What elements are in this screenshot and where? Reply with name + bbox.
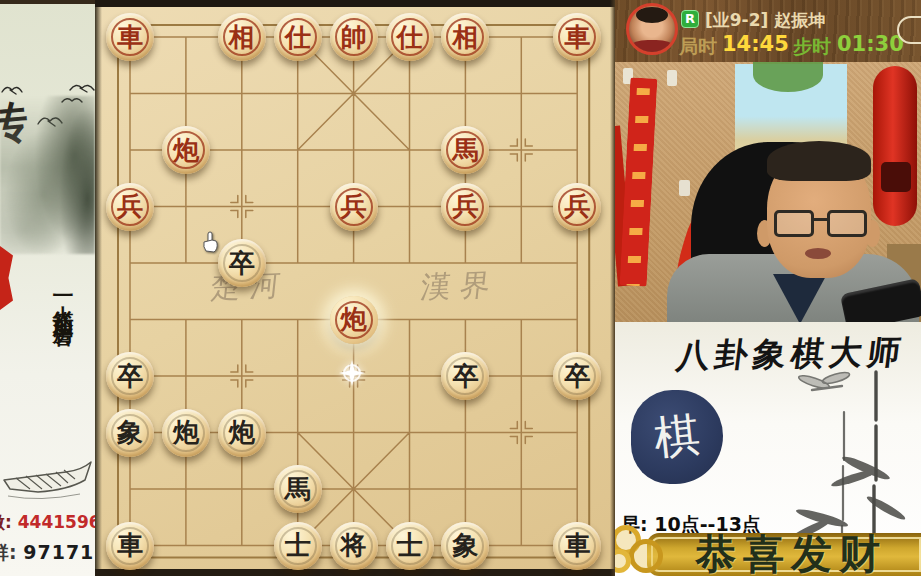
avatar-jacket <box>631 40 673 55</box>
game-time-value: 14:45 <box>722 32 789 56</box>
xiangqi-piece-black-卒[interactable]: 卒 <box>218 239 266 287</box>
xiangqi-piece-black-士[interactable]: 士 <box>386 522 434 570</box>
xiangqi-piece-black-士[interactable]: 士 <box>274 522 322 570</box>
board-grid-lines <box>95 0 615 576</box>
glasses-bridge <box>813 218 828 221</box>
xiangqi-piece-red-帥[interactable]: 帥 <box>330 13 378 61</box>
red-ribbon-decoration <box>0 246 13 310</box>
streamer-hair <box>767 141 871 181</box>
banner-greeting-text: 恭喜发财 <box>695 533 887 576</box>
xiangqi-piece-red-車[interactable]: 車 <box>106 13 154 61</box>
gift-rule-vertical-text: 一火箭加房管 <box>49 284 77 314</box>
xiangqi-piece-black-象[interactable]: 象 <box>441 522 489 570</box>
contact-label: 微: <box>0 512 12 532</box>
move-time-label: 步时 <box>793 34 831 60</box>
streamer-webcam <box>615 62 921 322</box>
player-info-bar: R [业9-2] 赵振坤 局时 14:45 步时 01:30 <box>615 0 921 62</box>
move-time-value: 01:30 <box>837 32 904 56</box>
board-bottom-shadow <box>95 569 615 576</box>
xiangqi-piece-red-兵[interactable]: 兵 <box>106 183 154 231</box>
group-label: 群: <box>0 541 17 563</box>
mountain-ink-wash <box>0 96 95 254</box>
xiangqi-piece-red-兵[interactable]: 兵 <box>330 183 378 231</box>
xiangqi-piece-red-仕[interactable]: 仕 <box>386 13 434 61</box>
wall-switch <box>679 180 690 196</box>
xiangqi-piece-black-卒[interactable]: 卒 <box>553 352 601 400</box>
red-punching-bag <box>873 66 917 226</box>
gold-cloud-ornament <box>615 523 667 576</box>
river-label-right: 漢界 <box>419 265 502 309</box>
xiangqi-piece-red-兵[interactable]: 兵 <box>553 183 601 231</box>
game-time-label: 局时 <box>679 34 717 60</box>
xiangqi-piece-red-車[interactable]: 車 <box>553 13 601 61</box>
xiangqi-piece-black-将[interactable]: 将 <box>330 522 378 570</box>
stream-screen: 传 一火箭加房管 微: 444159622 群: 971716 <box>0 0 921 576</box>
xiangqi-piece-black-炮[interactable]: 炮 <box>218 409 266 457</box>
xiangqi-board[interactable]: 楚河 漢界 車相仕帥仕相車炮馬兵兵兵兵卒炮卒卒卒象炮炮馬車士将士象車 <box>95 0 615 576</box>
sidebar-top-edge <box>0 0 95 4</box>
xiangqi-piece-red-炮[interactable]: 炮 <box>330 296 378 344</box>
punching-bag-label <box>881 162 911 192</box>
xiangqi-piece-black-炮[interactable]: 炮 <box>162 409 210 457</box>
chess-ink-seal: 棋 <box>631 390 723 484</box>
gold-greeting-banner: 恭喜发财 <box>647 533 921 576</box>
xiangqi-piece-black-象[interactable]: 象 <box>106 409 154 457</box>
seal-character: 棋 <box>651 404 703 470</box>
mouse-hand-cursor <box>201 231 221 255</box>
contact-number-line: 微: 444159622 <box>0 511 95 534</box>
contact-value: 444159622 <box>18 512 95 532</box>
glasses-left-lens <box>774 210 814 237</box>
boat-ink-sketch <box>0 438 95 508</box>
group-value: 971716 <box>23 541 95 563</box>
xiangqi-piece-black-車[interactable]: 車 <box>553 522 601 570</box>
xiangqi-piece-black-車[interactable]: 車 <box>106 522 154 570</box>
corner-pill-button[interactable] <box>897 16 921 44</box>
avatar-hair <box>636 7 668 23</box>
left-art-sidebar: 传 一火箭加房管 微: 444159622 群: 971716 <box>0 0 95 576</box>
glasses-right-lens <box>827 210 867 237</box>
red-couplet-banner <box>620 77 658 286</box>
rank-badge-icon: R <box>681 10 699 28</box>
xiangqi-piece-red-兵[interactable]: 兵 <box>441 183 489 231</box>
xiangqi-piece-black-卒[interactable]: 卒 <box>106 352 154 400</box>
streamer-mouth <box>805 248 831 259</box>
palm-leaves <box>753 62 823 92</box>
xiangqi-piece-black-馬[interactable]: 馬 <box>274 465 322 513</box>
wall-hook <box>667 70 677 86</box>
right-stream-panel: R [业9-2] 赵振坤 局时 14:45 步时 01:30 <box>615 0 921 576</box>
player-avatar[interactable] <box>626 3 678 55</box>
xiangqi-piece-red-炮[interactable]: 炮 <box>162 126 210 174</box>
group-number-line: 群: 971716 <box>0 540 95 566</box>
xiangqi-piece-red-相[interactable]: 相 <box>218 13 266 61</box>
player-name: [业9-2] 赵振坤 <box>705 9 825 32</box>
move-sparkle-effect <box>339 360 365 386</box>
xiangqi-piece-red-仕[interactable]: 仕 <box>274 13 322 61</box>
